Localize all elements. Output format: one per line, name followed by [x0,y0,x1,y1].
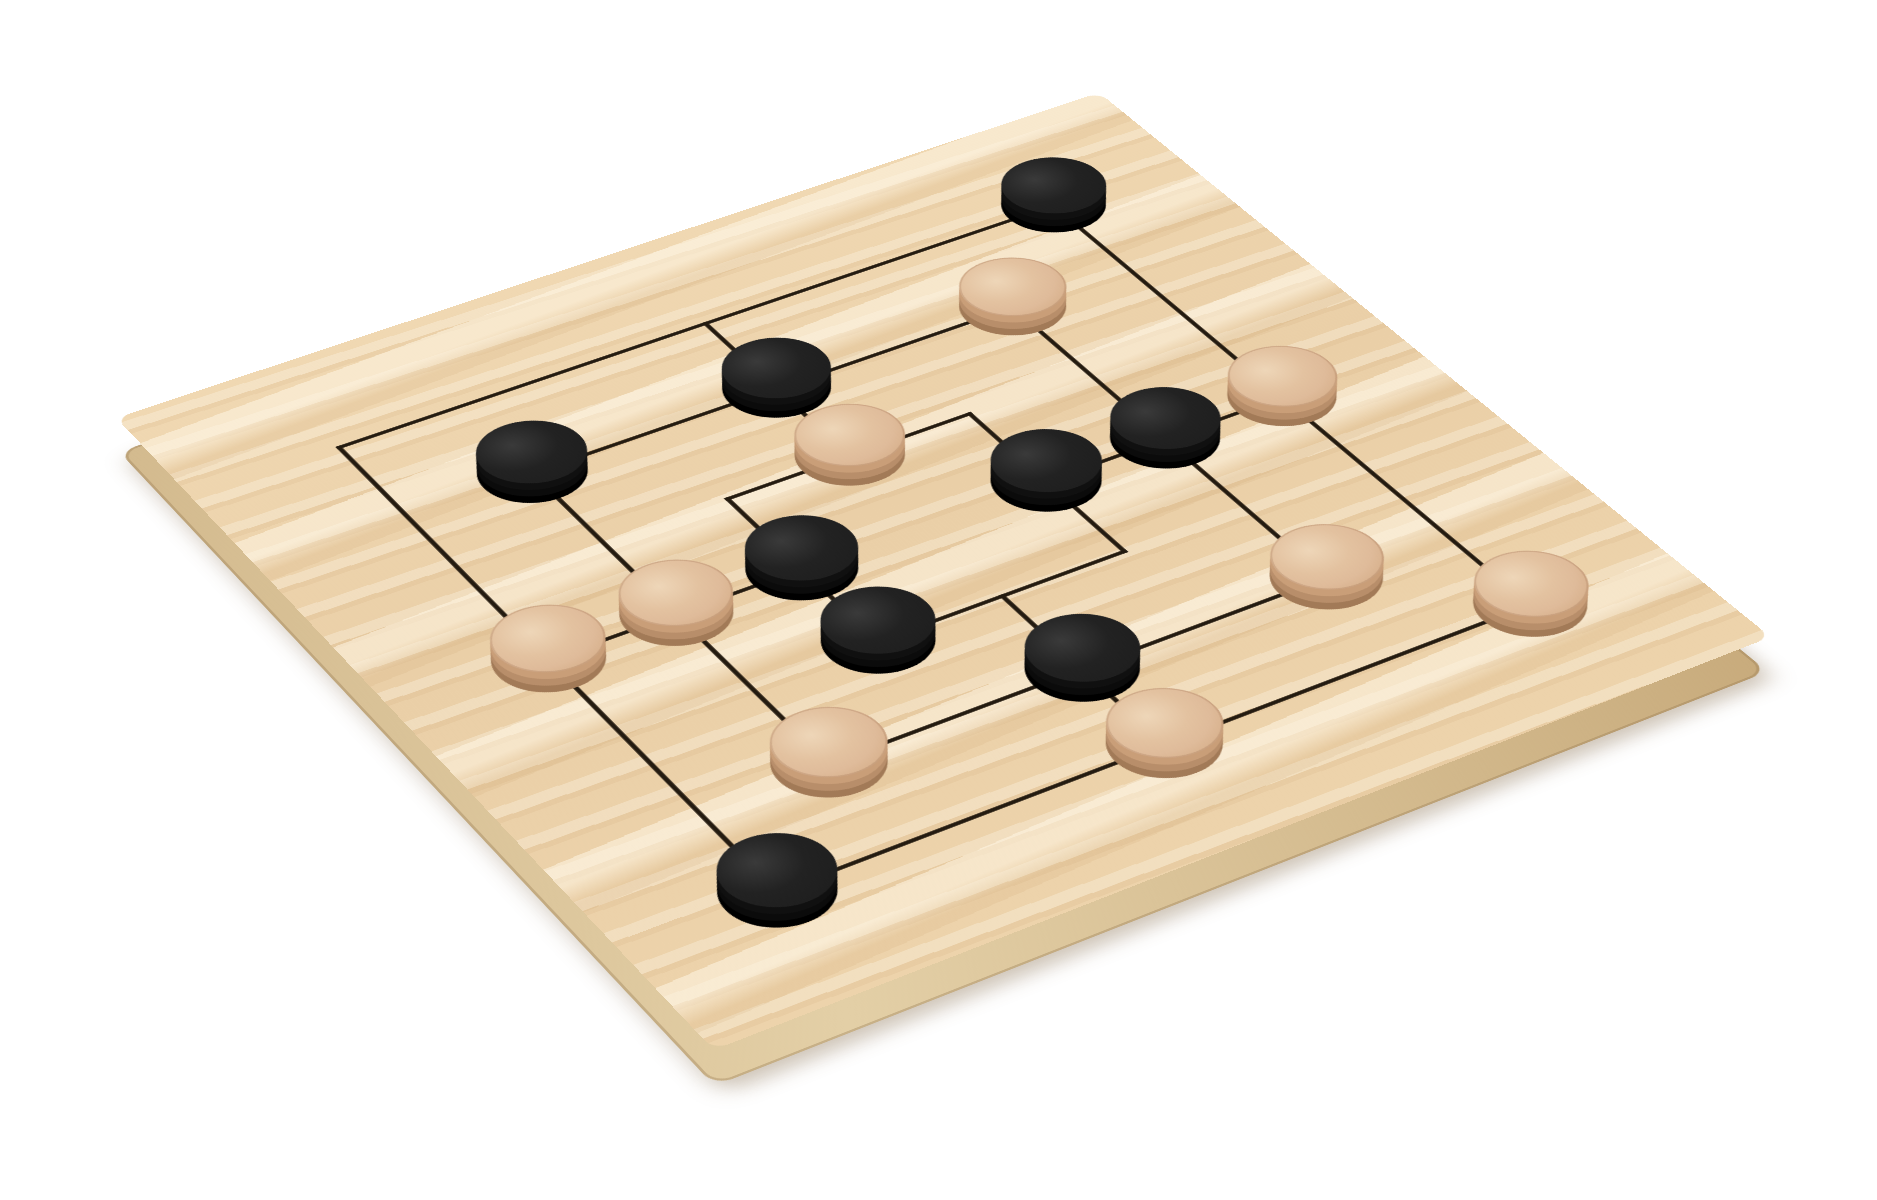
piece-black-c3[interactable] [799,596,957,689]
piece-top-face [694,819,860,921]
piece-white-f2[interactable] [1247,533,1405,623]
piece-white-g4[interactable] [1206,356,1358,440]
piece-black-f4[interactable] [1089,397,1242,482]
piece-white-d5[interactable] [774,413,926,499]
piece-top-face [748,694,910,791]
piece-white-b2[interactable] [748,715,909,812]
piece-white-f6[interactable] [939,267,1087,348]
nine-mens-morris-board [116,93,1770,1050]
piece-white-d1[interactable] [1083,697,1245,794]
piece-white-a4[interactable] [470,614,627,707]
piece-top-face [1207,335,1359,419]
piece-black-b6[interactable] [457,430,608,517]
piece-white-g1[interactable] [1450,560,1609,651]
piece-black-g7[interactable] [981,167,1126,244]
piece-top-face [469,592,626,685]
piece-white-b4[interactable] [598,569,754,661]
piece-top-face [1003,601,1163,695]
piece-black-a1[interactable] [695,841,860,943]
piece-black-e4[interactable] [969,439,1122,526]
product-photo-scene [0,0,1877,1200]
piece-top-face [1452,538,1612,629]
piece-top-face [1248,512,1406,602]
pieces-layer [116,93,1770,1050]
piece-top-face [724,503,880,593]
board-surface [116,93,1770,1050]
